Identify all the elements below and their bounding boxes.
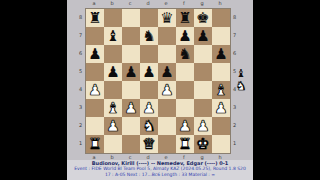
square-g7[interactable]: ♟ [194, 27, 212, 45]
letterbox-left [0, 0, 67, 180]
rank-label-6: 6 [231, 44, 238, 62]
rank-label-8: 8 [231, 8, 238, 26]
file-label-d: d [139, 0, 157, 7]
piece-white-pawn: ♟ [212, 99, 230, 117]
square-e4[interactable]: ♟ [158, 81, 176, 99]
square-b7[interactable]: ♝ [104, 27, 122, 45]
chess-board: ♜♛♜♚♝♞♟♟♟♞♟♟♟♟♟♟♟♝♝♟♟♟♟♞♟♟♜♛♜♚ [85, 8, 231, 154]
piece-black-pawn: ♟ [176, 27, 194, 45]
square-a8[interactable]: ♜ [86, 9, 104, 27]
piece-black-pawn: ♟ [212, 45, 230, 63]
square-e6[interactable] [158, 45, 176, 63]
piece-black-pawn: ♟ [194, 27, 212, 45]
letterbox-right [253, 0, 320, 180]
square-h1[interactable] [212, 135, 230, 153]
square-a2[interactable] [86, 117, 104, 135]
square-b2[interactable]: ♟ [104, 117, 122, 135]
piece-black-pawn: ♟ [122, 63, 140, 81]
square-f4[interactable] [176, 81, 194, 99]
piece-white-bishop: ♝ [104, 99, 122, 117]
piece-black-pawn: ♟ [104, 63, 122, 81]
square-f2[interactable]: ♟ [176, 117, 194, 135]
square-g4[interactable] [194, 81, 212, 99]
rank-label-2: 2 [231, 116, 238, 134]
rank-label-6: 6 [77, 44, 84, 62]
square-d1[interactable]: ♛ [140, 135, 158, 153]
square-f6[interactable]: ♞ [176, 45, 194, 63]
square-c5[interactable]: ♟ [122, 63, 140, 81]
square-c6[interactable] [122, 45, 140, 63]
piece-black-bishop: ♝ [104, 27, 122, 45]
file-label-h: h [211, 0, 229, 7]
square-a6[interactable]: ♟ [86, 45, 104, 63]
caption-panel: Budionov, Kirill (----) -- Nemedev, Edga… [67, 160, 253, 180]
file-label-f: f [175, 0, 193, 7]
square-f1[interactable]: ♜ [176, 135, 194, 153]
captured-white-knight-icon: ♞ [234, 80, 248, 93]
square-b5[interactable]: ♟ [104, 63, 122, 81]
rank-labels-left: 87654321 [77, 8, 84, 152]
piece-black-rook: ♜ [86, 9, 104, 27]
file-label-c: c [121, 0, 139, 7]
square-d3[interactable]: ♟ [140, 99, 158, 117]
square-d2[interactable]: ♞ [140, 117, 158, 135]
piece-white-queen: ♛ [140, 135, 158, 153]
piece-white-king: ♚ [194, 135, 212, 153]
square-d7[interactable]: ♞ [140, 27, 158, 45]
square-g2[interactable]: ♟ [194, 117, 212, 135]
square-f3[interactable] [176, 99, 194, 117]
rank-label-1: 1 [231, 134, 238, 152]
square-h2[interactable] [212, 117, 230, 135]
piece-white-knight: ♞ [140, 117, 158, 135]
piece-white-pawn: ♟ [194, 117, 212, 135]
file-label-e: e [157, 0, 175, 7]
square-a3[interactable] [86, 99, 104, 117]
rank-label-2: 2 [77, 116, 84, 134]
square-g5[interactable] [194, 63, 212, 81]
square-e5[interactable]: ♟ [158, 63, 176, 81]
rank-label-7: 7 [231, 26, 238, 44]
square-g8[interactable]: ♚ [194, 9, 212, 27]
square-h8[interactable] [212, 9, 230, 27]
piece-black-pawn: ♟ [86, 45, 104, 63]
square-h4[interactable]: ♝ [212, 81, 230, 99]
piece-white-pawn: ♟ [176, 117, 194, 135]
square-c2[interactable] [122, 117, 140, 135]
square-c3[interactable]: ♟ [122, 99, 140, 117]
square-d6[interactable] [140, 45, 158, 63]
piece-black-queen: ♛ [158, 9, 176, 27]
square-g3[interactable] [194, 99, 212, 117]
square-a4[interactable]: ♟ [86, 81, 104, 99]
piece-white-pawn: ♟ [158, 81, 176, 99]
piece-white-pawn: ♟ [86, 81, 104, 99]
square-g1[interactable]: ♚ [194, 135, 212, 153]
piece-white-pawn: ♟ [140, 99, 158, 117]
square-d5[interactable]: ♟ [140, 63, 158, 81]
piece-white-rook: ♜ [176, 135, 194, 153]
piece-black-rook: ♜ [176, 9, 194, 27]
square-c8[interactable] [122, 9, 140, 27]
square-b6[interactable] [104, 45, 122, 63]
rank-label-5: 5 [77, 62, 84, 80]
chess-page: abcdefgh 87654321 ♜♛♜♚♝♞♟♟♟♞♟♟♟♟♟♟♟♝♝♟♟♟… [67, 0, 253, 180]
square-e8[interactable]: ♛ [158, 9, 176, 27]
square-e2[interactable] [158, 117, 176, 135]
square-h7[interactable] [212, 27, 230, 45]
square-c7[interactable] [122, 27, 140, 45]
square-f5[interactable] [176, 63, 194, 81]
file-labels-top: abcdefgh [85, 0, 229, 7]
rank-label-7: 7 [77, 26, 84, 44]
rank-label-3: 3 [77, 98, 84, 116]
file-label-b: b [103, 0, 121, 7]
piece-black-pawn: ♟ [158, 63, 176, 81]
square-e1[interactable] [158, 135, 176, 153]
square-d4[interactable] [140, 81, 158, 99]
square-b4[interactable] [104, 81, 122, 99]
square-b3[interactable]: ♝ [104, 99, 122, 117]
rank-label-8: 8 [77, 8, 84, 26]
square-a1[interactable]: ♜ [86, 135, 104, 153]
square-g6[interactable] [194, 45, 212, 63]
rank-label-4: 4 [77, 80, 84, 98]
rank-label-1: 1 [77, 134, 84, 152]
square-h3[interactable]: ♟ [212, 99, 230, 117]
square-f7[interactable]: ♟ [176, 27, 194, 45]
square-e3[interactable] [158, 99, 176, 117]
caption-status: 17 : A-05 Next : 17...Bc6 Length : 33 Ma… [67, 172, 253, 178]
piece-black-king: ♚ [194, 9, 212, 27]
square-h5[interactable] [212, 63, 230, 81]
square-a5[interactable] [86, 63, 104, 81]
square-e7[interactable] [158, 27, 176, 45]
video-frame: abcdefgh 87654321 ♜♛♜♚♝♞♟♟♟♞♟♟♟♟♟♟♟♝♝♟♟♟… [0, 0, 320, 180]
piece-white-bishop: ♝ [212, 81, 230, 99]
square-c1[interactable] [122, 135, 140, 153]
piece-black-pawn: ♟ [140, 63, 158, 81]
captured-pieces-tray: ♝ ♞ [234, 68, 248, 93]
piece-black-knight: ♞ [140, 27, 158, 45]
square-a7[interactable] [86, 27, 104, 45]
piece-black-knight: ♞ [176, 45, 194, 63]
file-label-g: g [193, 0, 211, 7]
square-b8[interactable] [104, 9, 122, 27]
square-h6[interactable]: ♟ [212, 45, 230, 63]
rank-label-3: 3 [231, 98, 238, 116]
square-c4[interactable] [122, 81, 140, 99]
square-f8[interactable]: ♜ [176, 9, 194, 27]
square-d8[interactable] [140, 9, 158, 27]
file-label-a: a [85, 0, 103, 7]
piece-white-rook: ♜ [86, 135, 104, 153]
piece-white-pawn: ♟ [122, 99, 140, 117]
piece-white-pawn: ♟ [104, 117, 122, 135]
square-b1[interactable] [104, 135, 122, 153]
